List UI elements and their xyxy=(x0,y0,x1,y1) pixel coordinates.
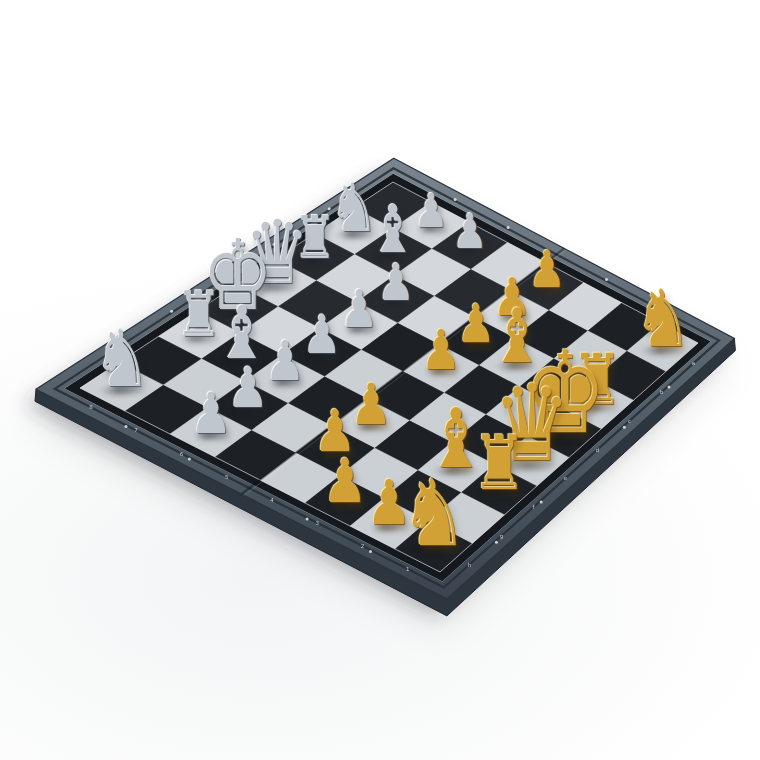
silver-pawn-icon: ♟ xyxy=(227,359,268,415)
silver-pawn-icon: ♟ xyxy=(340,283,378,335)
silver-pawn-icon: ♟ xyxy=(452,206,487,254)
product-photo-stage: 87654321abcdefgh ♞♜♛♚♜♞♟♝♝♟♟♟♟♟♟♟♟♟♟♟♟♟♝… xyxy=(0,0,760,760)
pieces-layer: ♞♜♛♚♜♞♟♝♝♟♟♟♟♟♟♟♟♟♟♟♟♟♝♟♝♟♞♜♚♛♜♞ xyxy=(0,0,760,760)
silver-knight-icon: ♞ xyxy=(93,320,151,399)
gold-pawn-icon: ♟ xyxy=(421,323,461,378)
silver-pawn-icon: ♟ xyxy=(302,309,341,362)
silver-pawn-icon: ♟ xyxy=(414,187,449,234)
silver-pawn-icon: ♟ xyxy=(190,385,232,442)
gold-knight-icon: ♞ xyxy=(634,281,692,360)
silver-pawn-icon: ♟ xyxy=(265,333,305,388)
gold-pawn-icon: ♟ xyxy=(322,450,367,511)
gold-rook-icon: ♜ xyxy=(472,426,527,501)
gold-knight-icon: ♞ xyxy=(400,468,468,560)
gold-pawn-icon: ♟ xyxy=(528,244,566,295)
silver-pawn-icon: ♟ xyxy=(377,257,415,308)
